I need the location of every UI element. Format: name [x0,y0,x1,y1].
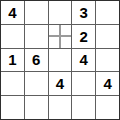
cell-r5c3[interactable] [49,96,72,119]
cell-r3c5[interactable] [96,49,119,72]
cell-r2c1[interactable] [1,25,24,48]
cell-r4c3[interactable]: 4 [49,72,72,95]
cell-r1c1[interactable]: 4 [1,1,24,24]
cell-r4c5[interactable]: 4 [96,72,119,95]
cell-r3c1[interactable]: 1 [1,49,24,72]
cell-r5c5[interactable] [96,96,119,119]
cell-r3c4[interactable]: 4 [72,49,95,72]
clue-number: 2 [80,29,88,44]
puzzle-board: 43216444 [0,0,120,120]
cell-r1c4[interactable]: 3 [72,1,95,24]
cell-r5c2[interactable] [25,96,48,119]
clue-number: 4 [103,76,111,91]
clue-number: 1 [8,52,16,67]
clue-number: 3 [80,5,88,20]
cell-r1c2[interactable] [25,1,48,24]
clue-number: 6 [32,52,40,67]
cell-r2c3[interactable] [49,25,72,48]
cell-r4c4[interactable] [72,72,95,95]
cell-r1c5[interactable] [96,1,119,24]
cell-r4c2[interactable] [25,72,48,95]
cell-r2c2[interactable] [25,25,48,48]
cell-r3c3[interactable] [49,49,72,72]
clue-number: 4 [56,76,64,91]
cell-r5c1[interactable] [1,96,24,119]
cell-r2c5[interactable] [96,25,119,48]
cell-r4c1[interactable] [1,72,24,95]
clue-number: 4 [80,52,88,67]
cell-divider-vertical-line [59,25,61,48]
cell-r2c4[interactable]: 2 [72,25,95,48]
cell-r5c4[interactable] [72,96,95,119]
cell-r1c3[interactable] [49,1,72,24]
cell-r3c2[interactable]: 6 [25,49,48,72]
clue-number: 4 [8,5,16,20]
